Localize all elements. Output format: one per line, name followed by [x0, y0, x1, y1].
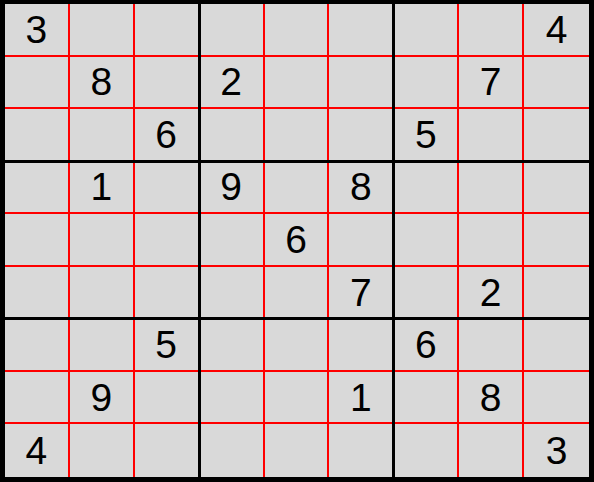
cell-r3c6[interactable] [329, 109, 394, 162]
cell-r7c2[interactable] [70, 319, 135, 372]
cell-r3c1[interactable] [5, 109, 70, 162]
cell-r8c7[interactable] [394, 372, 459, 425]
cell-r4c1[interactable] [5, 162, 70, 215]
sudoku-grid: 34827651986725691843 [5, 4, 589, 477]
cell-r3c7[interactable]: 5 [394, 109, 459, 162]
cell-r6c9[interactable] [524, 267, 589, 320]
cell-r4c3[interactable] [135, 162, 200, 215]
cell-r9c1[interactable]: 4 [5, 424, 70, 477]
cell-r4c8[interactable] [459, 162, 524, 215]
cell-r2c1[interactable] [5, 57, 70, 110]
cell-r5c4[interactable] [200, 214, 265, 267]
cell-r5c9[interactable] [524, 214, 589, 267]
cell-r9c5[interactable] [265, 424, 330, 477]
cell-r3c9[interactable] [524, 109, 589, 162]
cell-r1c8[interactable] [459, 4, 524, 57]
cell-r1c9[interactable]: 4 [524, 4, 589, 57]
cell-r3c3[interactable]: 6 [135, 109, 200, 162]
cell-r5c8[interactable] [459, 214, 524, 267]
cell-r2c5[interactable] [265, 57, 330, 110]
cell-r3c2[interactable] [70, 109, 135, 162]
cell-r4c9[interactable] [524, 162, 589, 215]
cell-r9c9[interactable]: 3 [524, 424, 589, 477]
cell-r6c4[interactable] [200, 267, 265, 320]
cell-r8c9[interactable] [524, 372, 589, 425]
cell-r2c6[interactable] [329, 57, 394, 110]
cell-r1c3[interactable] [135, 4, 200, 57]
cell-r7c3[interactable]: 5 [135, 319, 200, 372]
cell-r7c7[interactable]: 6 [394, 319, 459, 372]
cell-r4c4[interactable]: 9 [200, 162, 265, 215]
cell-r3c5[interactable] [265, 109, 330, 162]
cell-r9c2[interactable] [70, 424, 135, 477]
cell-r9c6[interactable] [329, 424, 394, 477]
cell-r3c8[interactable] [459, 109, 524, 162]
cell-r8c2[interactable]: 9 [70, 372, 135, 425]
cell-r7c8[interactable] [459, 319, 524, 372]
cell-r4c7[interactable] [394, 162, 459, 215]
cell-r7c9[interactable] [524, 319, 589, 372]
cell-r6c2[interactable] [70, 267, 135, 320]
cell-r4c6[interactable]: 8 [329, 162, 394, 215]
cell-r8c6[interactable]: 1 [329, 372, 394, 425]
cell-r2c2[interactable]: 8 [70, 57, 135, 110]
cell-r2c8[interactable]: 7 [459, 57, 524, 110]
cell-r2c9[interactable] [524, 57, 589, 110]
cell-r5c3[interactable] [135, 214, 200, 267]
cell-r6c7[interactable] [394, 267, 459, 320]
cell-r6c5[interactable] [265, 267, 330, 320]
cell-r1c4[interactable] [200, 4, 265, 57]
cell-r5c1[interactable] [5, 214, 70, 267]
cell-r6c6[interactable]: 7 [329, 267, 394, 320]
cell-r6c3[interactable] [135, 267, 200, 320]
cell-r9c4[interactable] [200, 424, 265, 477]
cell-r1c6[interactable] [329, 4, 394, 57]
cell-r7c1[interactable] [5, 319, 70, 372]
cell-r8c1[interactable] [5, 372, 70, 425]
cell-r4c5[interactable] [265, 162, 330, 215]
cell-r5c2[interactable] [70, 214, 135, 267]
cell-r5c6[interactable] [329, 214, 394, 267]
sudoku-board: 34827651986725691843 [0, 0, 594, 482]
cell-r2c4[interactable]: 2 [200, 57, 265, 110]
cell-r8c3[interactable] [135, 372, 200, 425]
cell-r1c2[interactable] [70, 4, 135, 57]
cell-r3c4[interactable] [200, 109, 265, 162]
cell-r9c8[interactable] [459, 424, 524, 477]
cell-r8c5[interactable] [265, 372, 330, 425]
cell-r2c7[interactable] [394, 57, 459, 110]
cell-r1c5[interactable] [265, 4, 330, 57]
cell-r7c5[interactable] [265, 319, 330, 372]
cell-r8c8[interactable]: 8 [459, 372, 524, 425]
cell-r9c7[interactable] [394, 424, 459, 477]
cell-r6c8[interactable]: 2 [459, 267, 524, 320]
cell-r4c2[interactable]: 1 [70, 162, 135, 215]
cell-r8c4[interactable] [200, 372, 265, 425]
cell-r2c3[interactable] [135, 57, 200, 110]
cell-r5c5[interactable]: 6 [265, 214, 330, 267]
cell-r7c4[interactable] [200, 319, 265, 372]
cell-r1c7[interactable] [394, 4, 459, 57]
cell-r9c3[interactable] [135, 424, 200, 477]
cell-r7c6[interactable] [329, 319, 394, 372]
cell-r5c7[interactable] [394, 214, 459, 267]
cell-r1c1[interactable]: 3 [5, 4, 70, 57]
cell-r6c1[interactable] [5, 267, 70, 320]
